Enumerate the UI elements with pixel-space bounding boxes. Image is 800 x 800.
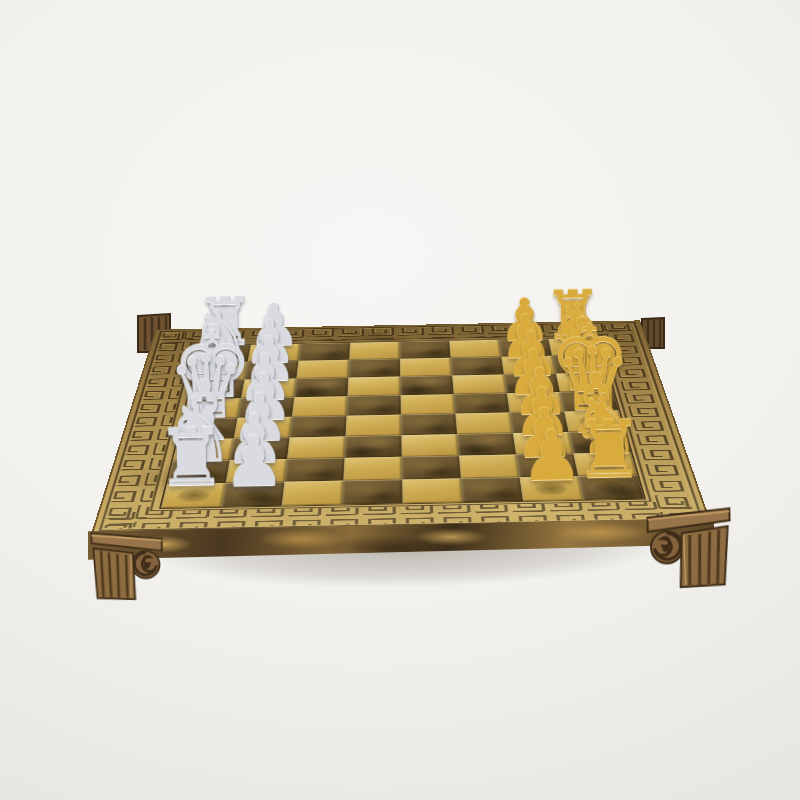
- photo-stage: ♜♟♟♜♞♟♟♞♝♟♟♝♚♟♟♚♛♟♟♛♝♟♟♝♞♟♟♞♜♟♟♜: [0, 0, 800, 800]
- square-c4-r3[interactable]: [344, 435, 401, 458]
- square-c4-r5[interactable]: [347, 395, 401, 416]
- square-c3-r3[interactable]: [287, 436, 345, 459]
- square-c5-r7[interactable]: [400, 358, 452, 377]
- gold-pawn[interactable]: ♟: [520, 422, 583, 489]
- gold-rook[interactable]: ♜: [573, 412, 645, 488]
- square-c4-r7[interactable]: [348, 359, 400, 378]
- square-c5-r6[interactable]: [400, 376, 453, 396]
- square-c6-r2[interactable]: [459, 455, 520, 479]
- square-c3-r6[interactable]: [294, 378, 348, 398]
- square-c6-r7[interactable]: [451, 357, 504, 376]
- square-c4-r2[interactable]: [343, 457, 402, 481]
- square-c5-r5[interactable]: [401, 394, 456, 415]
- square-c3-r5[interactable]: [292, 396, 347, 417]
- square-c5-r8[interactable]: [400, 341, 451, 359]
- square-c5-r3[interactable]: [401, 434, 459, 457]
- board-leg-front-left: [81, 528, 172, 602]
- square-c6-r8[interactable]: [449, 340, 501, 358]
- silver-pawn[interactable]: ♟: [222, 428, 285, 495]
- square-c4-r4[interactable]: [346, 415, 402, 437]
- square-c5-r4[interactable]: [401, 414, 457, 436]
- square-c5-r1[interactable]: [402, 478, 463, 503]
- square-c5-r2[interactable]: [402, 456, 461, 480]
- board-leg-front-right: [643, 504, 734, 590]
- square-c3-r8[interactable]: [299, 343, 351, 361]
- square-c6-r6[interactable]: [452, 375, 507, 395]
- square-c4-r8[interactable]: [349, 342, 400, 360]
- square-c6-r4[interactable]: [455, 413, 513, 435]
- square-c3-r2[interactable]: [285, 458, 345, 482]
- square-c3-r7[interactable]: [296, 360, 349, 379]
- silver-rook[interactable]: ♜: [155, 420, 227, 496]
- square-c3-r4[interactable]: [290, 416, 347, 438]
- square-c6-r3[interactable]: [457, 433, 516, 456]
- scene: ♜♟♟♜♞♟♟♞♝♟♟♝♚♟♟♚♛♟♟♛♝♟♟♝♞♟♟♞♜♟♟♜: [0, 0, 800, 800]
- square-c4-r6[interactable]: [347, 377, 400, 397]
- chess-board: ♜♟♟♜♞♟♟♞♝♟♟♝♚♟♟♚♛♟♟♛♝♟♟♝♞♟♟♞♜♟♟♜: [91, 320, 711, 534]
